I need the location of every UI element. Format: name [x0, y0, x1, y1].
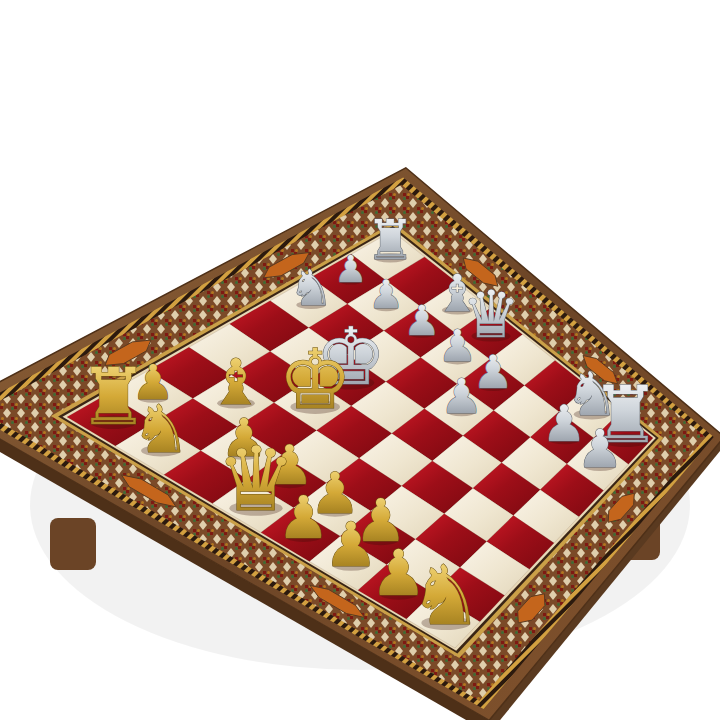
board-foot-left — [50, 518, 96, 570]
chess-set-photo: ♜♟♞♟♝♟♛♟♚♟♟♝♚♟♞♜♟♜♞♟♟♟♛♟♟♟♟♟♞ — [0, 0, 720, 720]
piece-silver-pawn-e6: ♟ — [440, 368, 483, 424]
piece-gold-pawn-e1: ♟ — [277, 483, 330, 552]
piece-silver-pawn-h7: ♟ — [576, 418, 623, 479]
piece-silver-pawn-c7: ♟ — [403, 296, 440, 345]
piece-silver-pawn-d7: ♟ — [438, 320, 477, 371]
piece-silver-knight-a6: ♞ — [289, 259, 333, 317]
piece-silver-rook-a8: ♜ — [366, 208, 415, 272]
piece-gold-knight-h1: ♞ — [409, 548, 483, 643]
piece-gold-knight-b1: ♞ — [131, 391, 190, 468]
product-photo-page: ♜♟♞♟♝♟♛♟♚♟♟♝♚♟♞♜♟♜♞♟♟♟♛♟♟♟♟♟♞ — [0, 0, 720, 720]
piece-gold-king-c4: ♚ — [278, 331, 352, 427]
piece-silver-pawn-a7: ♟ — [334, 248, 367, 291]
